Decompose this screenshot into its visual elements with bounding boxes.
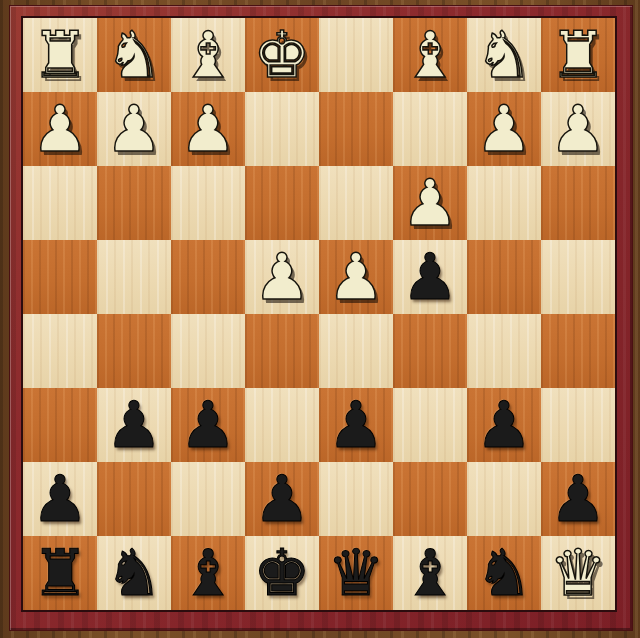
black-pawn-a7[interactable]: ♟ [541, 462, 615, 536]
black-pawn-e7[interactable]: ♟ [245, 462, 319, 536]
square-g1[interactable]: ♞ [97, 18, 171, 92]
black-knight-b8[interactable]: ♞ [467, 536, 541, 610]
square-g4[interactable] [97, 240, 171, 314]
square-b7[interactable] [467, 462, 541, 536]
white-bishop-f1[interactable]: ♝ [171, 18, 245, 92]
white-pawn-b2[interactable]: ♟ [467, 92, 541, 166]
square-c3[interactable]: ♟ [393, 166, 467, 240]
square-d1[interactable] [319, 18, 393, 92]
black-pawn-f6[interactable]: ♟ [171, 388, 245, 462]
square-f7[interactable] [171, 462, 245, 536]
square-d8[interactable]: ♛ [319, 536, 393, 610]
square-a7[interactable]: ♟ [541, 462, 615, 536]
square-b4[interactable] [467, 240, 541, 314]
black-pawn-c4[interactable]: ♟ [393, 240, 467, 314]
square-a4[interactable] [541, 240, 615, 314]
chess-board: ♜♞♝♚♝♞♜♟♟♟♟♟♟♟♟♟♟♟♟♟♟♟♟♜♞♝♚♛♝♞♛ [21, 16, 617, 612]
square-d6[interactable]: ♟ [319, 388, 393, 462]
square-g6[interactable]: ♟ [97, 388, 171, 462]
square-a8[interactable]: ♛ [541, 536, 615, 610]
square-h7[interactable]: ♟ [23, 462, 97, 536]
square-f3[interactable] [171, 166, 245, 240]
black-knight-g8[interactable]: ♞ [97, 536, 171, 610]
square-f4[interactable] [171, 240, 245, 314]
black-queen-d8[interactable]: ♛ [319, 536, 393, 610]
square-c6[interactable] [393, 388, 467, 462]
square-d7[interactable] [319, 462, 393, 536]
square-e8[interactable]: ♚ [245, 536, 319, 610]
square-b3[interactable] [467, 166, 541, 240]
white-pawn-g2[interactable]: ♟ [97, 92, 171, 166]
square-g8[interactable]: ♞ [97, 536, 171, 610]
square-h8[interactable]: ♜ [23, 536, 97, 610]
white-pawn-a2[interactable]: ♟ [541, 92, 615, 166]
square-d4[interactable]: ♟ [319, 240, 393, 314]
square-h1[interactable]: ♜ [23, 18, 97, 92]
square-g3[interactable] [97, 166, 171, 240]
white-king-e1[interactable]: ♚ [245, 18, 319, 92]
square-e4[interactable]: ♟ [245, 240, 319, 314]
white-pawn-d4[interactable]: ♟ [319, 240, 393, 314]
square-f6[interactable]: ♟ [171, 388, 245, 462]
white-knight-b1[interactable]: ♞ [467, 18, 541, 92]
square-h2[interactable]: ♟ [23, 92, 97, 166]
black-bishop-c8[interactable]: ♝ [393, 536, 467, 610]
white-pawn-f2[interactable]: ♟ [171, 92, 245, 166]
square-a2[interactable]: ♟ [541, 92, 615, 166]
square-f1[interactable]: ♝ [171, 18, 245, 92]
square-d2[interactable] [319, 92, 393, 166]
square-f2[interactable]: ♟ [171, 92, 245, 166]
square-a6[interactable] [541, 388, 615, 462]
square-e6[interactable] [245, 388, 319, 462]
square-c2[interactable] [393, 92, 467, 166]
square-f8[interactable]: ♝ [171, 536, 245, 610]
square-e1[interactable]: ♚ [245, 18, 319, 92]
square-h3[interactable] [23, 166, 97, 240]
black-pawn-b6[interactable]: ♟ [467, 388, 541, 462]
white-queen-a8[interactable]: ♛ [541, 536, 615, 610]
white-rook-a1[interactable]: ♜ [541, 18, 615, 92]
square-b5[interactable] [467, 314, 541, 388]
white-bishop-c1[interactable]: ♝ [393, 18, 467, 92]
black-pawn-d6[interactable]: ♟ [319, 388, 393, 462]
square-h5[interactable] [23, 314, 97, 388]
square-h6[interactable] [23, 388, 97, 462]
white-pawn-c3[interactable]: ♟ [393, 166, 467, 240]
square-a3[interactable] [541, 166, 615, 240]
black-pawn-h7[interactable]: ♟ [23, 462, 97, 536]
black-rook-h8[interactable]: ♜ [23, 536, 97, 610]
square-e7[interactable]: ♟ [245, 462, 319, 536]
square-c5[interactable] [393, 314, 467, 388]
white-rook-h1[interactable]: ♜ [23, 18, 97, 92]
square-g2[interactable]: ♟ [97, 92, 171, 166]
square-b1[interactable]: ♞ [467, 18, 541, 92]
square-b2[interactable]: ♟ [467, 92, 541, 166]
white-knight-g1[interactable]: ♞ [97, 18, 171, 92]
black-king-e8[interactable]: ♚ [245, 536, 319, 610]
square-b8[interactable]: ♞ [467, 536, 541, 610]
square-c1[interactable]: ♝ [393, 18, 467, 92]
square-g7[interactable] [97, 462, 171, 536]
square-d3[interactable] [319, 166, 393, 240]
square-f5[interactable] [171, 314, 245, 388]
black-bishop-f8[interactable]: ♝ [171, 536, 245, 610]
square-b6[interactable]: ♟ [467, 388, 541, 462]
square-c4[interactable]: ♟ [393, 240, 467, 314]
square-e2[interactable] [245, 92, 319, 166]
square-c7[interactable] [393, 462, 467, 536]
square-a1[interactable]: ♜ [541, 18, 615, 92]
square-d5[interactable] [319, 314, 393, 388]
white-pawn-h2[interactable]: ♟ [23, 92, 97, 166]
square-c8[interactable]: ♝ [393, 536, 467, 610]
board-frame: ♜♞♝♚♝♞♜♟♟♟♟♟♟♟♟♟♟♟♟♟♟♟♟♜♞♝♚♛♝♞♛ [0, 0, 640, 638]
square-e3[interactable] [245, 166, 319, 240]
square-e5[interactable] [245, 314, 319, 388]
square-h4[interactable] [23, 240, 97, 314]
white-pawn-e4[interactable]: ♟ [245, 240, 319, 314]
square-g5[interactable] [97, 314, 171, 388]
square-a5[interactable] [541, 314, 615, 388]
black-pawn-g6[interactable]: ♟ [97, 388, 171, 462]
